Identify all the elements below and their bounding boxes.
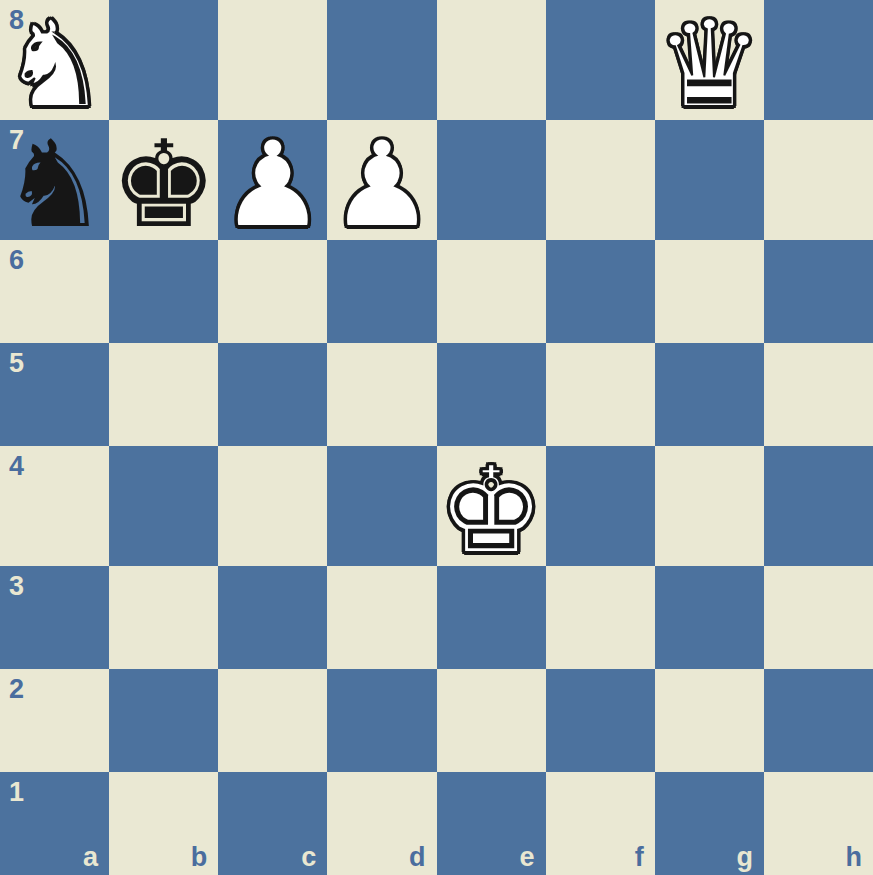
square-b4[interactable] (109, 446, 218, 566)
square-h8[interactable] (764, 0, 873, 120)
square-h5[interactable] (764, 343, 873, 446)
square-h6[interactable] (764, 240, 873, 343)
square-b2[interactable] (109, 669, 218, 772)
square-a5[interactable]: 5 (0, 343, 109, 446)
white-king-icon[interactable]: ♚ (437, 451, 545, 571)
square-f5[interactable] (546, 343, 655, 446)
white-queen-icon[interactable]: ♛ (656, 5, 764, 125)
white-knight-icon[interactable]: ♞ (1, 5, 109, 125)
square-h2[interactable] (764, 669, 873, 772)
square-b8[interactable] (109, 0, 218, 120)
square-g1[interactable]: g (655, 772, 764, 875)
square-b3[interactable] (109, 566, 218, 669)
square-d7[interactable]: ♟ (327, 120, 436, 240)
file-label-g: g (736, 844, 753, 871)
square-h1[interactable]: h (764, 772, 873, 875)
rank-label-2: 2 (9, 676, 24, 703)
square-c6[interactable] (218, 240, 327, 343)
square-f6[interactable] (546, 240, 655, 343)
square-c7[interactable]: ♟ (218, 120, 327, 240)
square-e6[interactable] (437, 240, 546, 343)
square-g3[interactable] (655, 566, 764, 669)
square-e4[interactable]: ♚ (437, 446, 546, 566)
rank-label-3: 3 (9, 573, 24, 600)
square-a7[interactable]: 7♞ (0, 120, 109, 240)
file-label-h: h (846, 844, 863, 871)
square-h3[interactable] (764, 566, 873, 669)
black-king-icon[interactable]: ♚ (110, 125, 218, 245)
rank-label-1: 1 (9, 779, 24, 806)
square-d8[interactable] (327, 0, 436, 120)
square-a3[interactable]: 3 (0, 566, 109, 669)
square-c3[interactable] (218, 566, 327, 669)
square-g2[interactable] (655, 669, 764, 772)
square-h7[interactable] (764, 120, 873, 240)
square-a2[interactable]: 2 (0, 669, 109, 772)
square-d5[interactable] (327, 343, 436, 446)
square-h4[interactable] (764, 446, 873, 566)
square-e1[interactable]: e (437, 772, 546, 875)
file-label-d: d (409, 844, 426, 871)
square-d1[interactable]: d (327, 772, 436, 875)
square-d6[interactable] (327, 240, 436, 343)
file-label-e: e (520, 844, 535, 871)
white-pawn-icon[interactable]: ♟ (328, 125, 436, 245)
square-c4[interactable] (218, 446, 327, 566)
square-b5[interactable] (109, 343, 218, 446)
square-e5[interactable] (437, 343, 546, 446)
square-e3[interactable] (437, 566, 546, 669)
square-b7[interactable]: ♚ (109, 120, 218, 240)
white-pawn-icon[interactable]: ♟ (219, 125, 327, 245)
square-c2[interactable] (218, 669, 327, 772)
square-d2[interactable] (327, 669, 436, 772)
square-g7[interactable] (655, 120, 764, 240)
rank-label-5: 5 (9, 350, 24, 377)
square-f7[interactable] (546, 120, 655, 240)
square-e7[interactable] (437, 120, 546, 240)
square-g5[interactable] (655, 343, 764, 446)
square-f4[interactable] (546, 446, 655, 566)
chess-board: 8♞♛7♞♚♟♟654♚321abcdefgh (0, 0, 873, 875)
square-f2[interactable] (546, 669, 655, 772)
file-label-f: f (635, 844, 644, 871)
square-a6[interactable]: 6 (0, 240, 109, 343)
square-b1[interactable]: b (109, 772, 218, 875)
square-d3[interactable] (327, 566, 436, 669)
square-f1[interactable]: f (546, 772, 655, 875)
square-f3[interactable] (546, 566, 655, 669)
square-f8[interactable] (546, 0, 655, 120)
square-g6[interactable] (655, 240, 764, 343)
black-knight-icon[interactable]: ♞ (1, 125, 109, 245)
square-g8[interactable]: ♛ (655, 0, 764, 120)
file-label-a: a (83, 844, 98, 871)
file-label-b: b (191, 844, 208, 871)
square-b6[interactable] (109, 240, 218, 343)
square-c1[interactable]: c (218, 772, 327, 875)
rank-label-6: 6 (9, 247, 24, 274)
square-d4[interactable] (327, 446, 436, 566)
rank-label-4: 4 (9, 453, 24, 480)
square-c8[interactable] (218, 0, 327, 120)
square-e8[interactable] (437, 0, 546, 120)
square-e2[interactable] (437, 669, 546, 772)
square-c5[interactable] (218, 343, 327, 446)
file-label-c: c (301, 844, 316, 871)
square-a4[interactable]: 4 (0, 446, 109, 566)
square-g4[interactable] (655, 446, 764, 566)
square-a1[interactable]: 1a (0, 772, 109, 875)
square-a8[interactable]: 8♞ (0, 0, 109, 120)
